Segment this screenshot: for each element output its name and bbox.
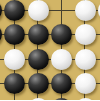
white-stone — [4, 49, 25, 70]
black-stone — [4, 73, 25, 94]
go-board-crop — [0, 0, 100, 100]
white-stone — [75, 98, 96, 101]
white-stone — [75, 49, 96, 70]
black-stone — [51, 73, 72, 94]
white-stone — [75, 0, 96, 21]
white-stone — [28, 98, 49, 101]
white-stone — [98, 0, 100, 21]
black-stone — [28, 49, 49, 70]
black-stone — [51, 24, 72, 45]
black-stone — [0, 24, 2, 45]
go-board[interactable] — [0, 0, 100, 100]
black-stone — [0, 0, 2, 21]
black-stone — [51, 98, 72, 101]
black-stone — [4, 0, 25, 21]
white-stone — [75, 73, 96, 94]
black-stone — [28, 24, 49, 45]
black-stone — [28, 73, 49, 94]
white-stone — [75, 24, 96, 45]
black-stone — [4, 24, 25, 45]
white-stone — [51, 49, 72, 70]
white-stone — [28, 0, 49, 21]
